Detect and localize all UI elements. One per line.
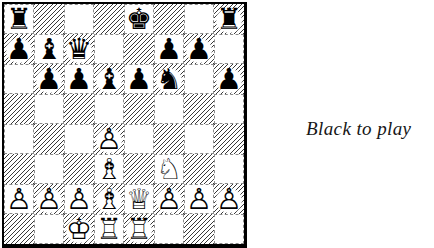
piece-white-rook: ♖ [95, 215, 123, 244]
square-e1: ♖ [124, 214, 154, 244]
square-h6: ♟ [214, 64, 244, 94]
square-b1 [34, 214, 64, 244]
square-g6 [184, 64, 214, 94]
square-d2: ♗ [94, 184, 124, 214]
square-c2: ♙ [64, 184, 94, 214]
square-f6: ♞ [154, 64, 184, 94]
square-a4 [4, 124, 34, 154]
square-h4 [214, 124, 244, 154]
square-b7: ♝ [34, 34, 64, 64]
piece-white-pawn: ♙ [215, 185, 243, 214]
square-f7: ♟ [154, 34, 184, 64]
square-e8: ♚ [124, 4, 154, 34]
piece-white-rook: ♖ [125, 215, 153, 244]
square-a2: ♙ [4, 184, 34, 214]
piece-black-pawn: ♟ [125, 65, 153, 94]
piece-black-pawn: ♟ [5, 35, 33, 64]
piece-white-king: ♔ [65, 215, 93, 244]
square-a8: ♜ [4, 4, 34, 34]
square-h2: ♙ [214, 184, 244, 214]
piece-white-pawn: ♙ [185, 185, 213, 214]
piece-white-pawn: ♙ [5, 185, 33, 214]
piece-white-pawn: ♙ [65, 185, 93, 214]
square-f4 [154, 124, 184, 154]
square-a6 [4, 64, 34, 94]
square-g1 [184, 214, 214, 244]
square-g7: ♟ [184, 34, 214, 64]
piece-black-pawn: ♟ [65, 65, 93, 94]
square-a1 [4, 214, 34, 244]
square-b6: ♟ [34, 64, 64, 94]
piece-white-knight: ♘ [155, 155, 183, 184]
piece-white-pawn: ♙ [155, 185, 183, 214]
square-e5 [124, 94, 154, 124]
chess-board: ♜♚♜♟♝♛♟♟♟♟♝♟♞♟♙♗♘♙♙♙♗♕♙♙♙♔♖♖ [2, 2, 247, 248]
piece-black-pawn: ♟ [155, 35, 183, 64]
square-c7: ♛ [64, 34, 94, 64]
square-h7 [214, 34, 244, 64]
square-f8 [154, 4, 184, 34]
piece-white-bishop: ♗ [95, 185, 123, 214]
square-c4 [64, 124, 94, 154]
square-a7: ♟ [4, 34, 34, 64]
square-b5 [34, 94, 64, 124]
square-d6: ♝ [94, 64, 124, 94]
square-b4 [34, 124, 64, 154]
square-d7 [94, 34, 124, 64]
square-c1: ♔ [64, 214, 94, 244]
square-c8 [64, 4, 94, 34]
side-to-move-caption: Black to play [306, 118, 411, 140]
square-d3: ♗ [94, 154, 124, 184]
square-f1 [154, 214, 184, 244]
square-a5 [4, 94, 34, 124]
square-f2: ♙ [154, 184, 184, 214]
square-f5 [154, 94, 184, 124]
book-diagram-page: ♜♚♜♟♝♛♟♟♟♟♝♟♞♟♙♗♘♙♙♙♗♕♙♙♙♔♖♖ Black to pl… [0, 0, 434, 248]
piece-black-rook: ♜ [5, 5, 33, 34]
square-e2: ♕ [124, 184, 154, 214]
piece-black-pawn: ♟ [215, 65, 243, 94]
square-h5 [214, 94, 244, 124]
piece-white-queen: ♕ [125, 185, 153, 214]
square-c6: ♟ [64, 64, 94, 94]
piece-black-queen: ♛ [65, 35, 93, 64]
square-e7 [124, 34, 154, 64]
square-g8 [184, 4, 214, 34]
piece-white-pawn: ♙ [95, 125, 123, 154]
piece-black-pawn: ♟ [185, 35, 213, 64]
piece-white-bishop: ♗ [95, 155, 123, 184]
square-h3 [214, 154, 244, 184]
square-g5 [184, 94, 214, 124]
square-d1: ♖ [94, 214, 124, 244]
piece-black-bishop: ♝ [35, 35, 63, 64]
square-h8: ♜ [214, 4, 244, 34]
square-b3 [34, 154, 64, 184]
piece-black-pawn: ♟ [35, 65, 63, 94]
square-e6: ♟ [124, 64, 154, 94]
square-g3 [184, 154, 214, 184]
square-d5 [94, 94, 124, 124]
square-h1 [214, 214, 244, 244]
square-b8 [34, 4, 64, 34]
piece-black-knight: ♞ [155, 65, 183, 94]
square-g2: ♙ [184, 184, 214, 214]
square-c5 [64, 94, 94, 124]
square-g4 [184, 124, 214, 154]
square-e3 [124, 154, 154, 184]
square-f3: ♘ [154, 154, 184, 184]
square-d4: ♙ [94, 124, 124, 154]
square-c3 [64, 154, 94, 184]
piece-white-pawn: ♙ [35, 185, 63, 214]
piece-black-king: ♚ [125, 5, 153, 34]
square-a3 [4, 154, 34, 184]
square-e4 [124, 124, 154, 154]
piece-black-rook: ♜ [215, 5, 243, 34]
square-d8 [94, 4, 124, 34]
piece-black-bishop: ♝ [95, 65, 123, 94]
square-b2: ♙ [34, 184, 64, 214]
